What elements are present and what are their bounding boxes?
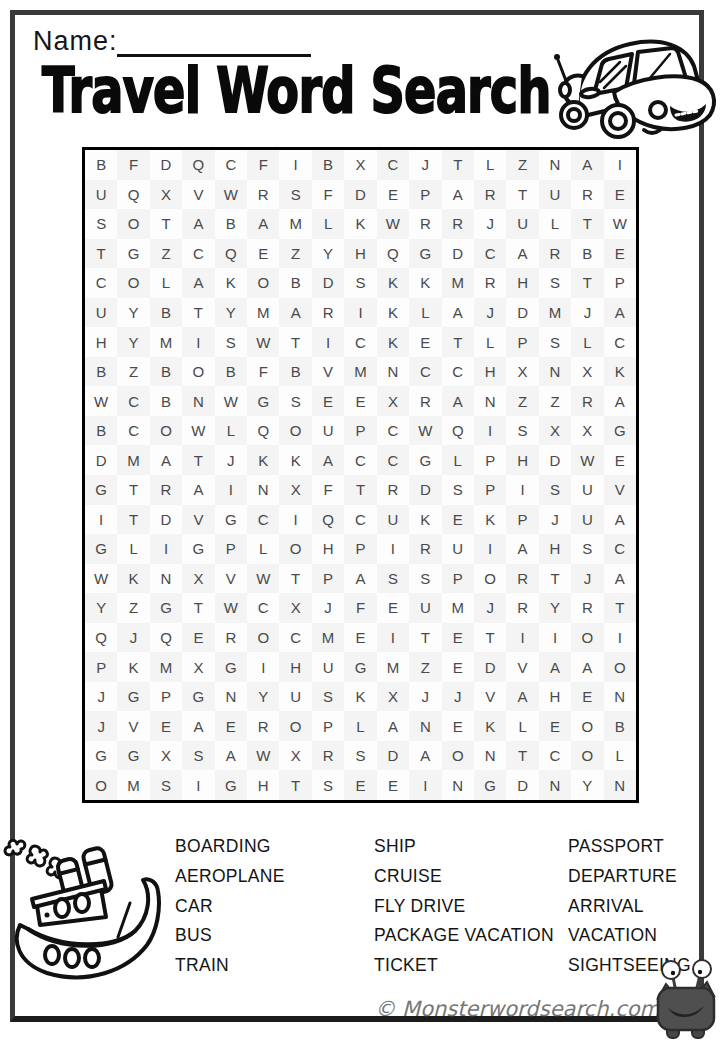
grid-cell: E (215, 711, 247, 741)
grid-cell: O (571, 741, 603, 771)
grid-cell: U (409, 593, 441, 623)
grid-cell: A (571, 652, 603, 682)
grid-cell: R (312, 298, 344, 328)
grid-cell: Q (117, 180, 149, 210)
grid-cell: D (344, 180, 376, 210)
word-item: CRUISE (374, 862, 554, 892)
grid-cell: S (279, 386, 311, 416)
grid-cell: W (85, 386, 117, 416)
grid-cell: S (279, 180, 311, 210)
word-item: FLY DRIVE (374, 892, 554, 922)
grid-cell: H (247, 770, 279, 800)
grid-cell: R (506, 564, 538, 594)
grid-cell: U (377, 505, 409, 535)
grid-cell: S (442, 475, 474, 505)
grid-cell: T (150, 209, 182, 239)
grid-cell: M (150, 652, 182, 682)
grid-cell: L (409, 298, 441, 328)
grid-cell: G (182, 682, 214, 712)
grid-cell: E (409, 327, 441, 357)
grid-cell: C (409, 357, 441, 387)
grid-cell: K (377, 327, 409, 357)
grid-cell: U (312, 652, 344, 682)
grid-cell: L (442, 445, 474, 475)
grid-cell: L (506, 711, 538, 741)
grid-cell: G (215, 770, 247, 800)
grid-cell: D (377, 741, 409, 771)
grid-cell: L (117, 534, 149, 564)
grid-cell: R (409, 386, 441, 416)
grid-cell: S (215, 327, 247, 357)
grid-cell: K (215, 268, 247, 298)
grid-cell: N (247, 475, 279, 505)
grid-cell: I (150, 534, 182, 564)
grid-cell: H (506, 445, 538, 475)
grid-cell: W (247, 564, 279, 594)
grid-cell: I (247, 652, 279, 682)
grid-cell: D (506, 770, 538, 800)
grid-cell: O (442, 741, 474, 771)
grid-cell: C (344, 505, 376, 535)
grid-cell: H (85, 327, 117, 357)
grid-cell: U (85, 298, 117, 328)
grid-cell: K (604, 357, 636, 387)
grid-cell: O (279, 416, 311, 446)
grid-cell: H (539, 534, 571, 564)
grid-cell: C (85, 268, 117, 298)
grid-cell: P (474, 445, 506, 475)
watermark: © Monsterwordsearch.com (330, 997, 660, 1021)
grid-cell: X (279, 741, 311, 771)
grid-cell: D (442, 239, 474, 269)
grid-cell: R (571, 386, 603, 416)
grid-cell: P (312, 564, 344, 594)
grid-cell: C (604, 327, 636, 357)
grid-cell: V (182, 505, 214, 535)
grid-cell: H (506, 268, 538, 298)
grid-cell: P (409, 180, 441, 210)
grid-cell: A (571, 150, 603, 180)
grid-cell: A (442, 386, 474, 416)
grid-cell: O (247, 268, 279, 298)
grid-cell: K (377, 298, 409, 328)
grid-cell: A (344, 564, 376, 594)
grid-cell: L (150, 268, 182, 298)
grid-cell: J (215, 445, 247, 475)
grid-cell: U (539, 180, 571, 210)
grid-cell: J (85, 711, 117, 741)
grid-cell: O (571, 711, 603, 741)
grid-cell: I (182, 770, 214, 800)
grid-cell: V (182, 180, 214, 210)
grid-cell: E (344, 770, 376, 800)
grid-cell: L (539, 209, 571, 239)
grid-cell: L (604, 741, 636, 771)
grid-cell: E (539, 711, 571, 741)
grid-cell: T (506, 180, 538, 210)
grid-cell: T (604, 593, 636, 623)
grid-cell: P (474, 475, 506, 505)
grid-cell: N (539, 150, 571, 180)
grid-cell: R (571, 180, 603, 210)
grid-cell: B (215, 357, 247, 387)
grid-cell: G (409, 239, 441, 269)
word-item: ARRIVAL (568, 892, 691, 922)
grid-cell: V (117, 711, 149, 741)
grid-cell: Z (279, 239, 311, 269)
grid-cell: W (377, 209, 409, 239)
grid-cell: T (279, 770, 311, 800)
grid-cell: D (312, 268, 344, 298)
grid-cell: W (571, 445, 603, 475)
grid-cell: X (150, 741, 182, 771)
grid-cell: S (539, 268, 571, 298)
grid-cell: G (604, 416, 636, 446)
grid-cell: Q (150, 623, 182, 653)
grid-cell: Q (182, 150, 214, 180)
grid-cell: G (474, 770, 506, 800)
grid-cell: X (150, 180, 182, 210)
grid-cell: Z (117, 357, 149, 387)
grid-cell: L (312, 209, 344, 239)
grid-cell: S (182, 741, 214, 771)
grid-cell: S (150, 770, 182, 800)
grid-cell: T (474, 623, 506, 653)
grid-cell: K (409, 268, 441, 298)
grid-cell: X (344, 150, 376, 180)
grid-cell: B (85, 416, 117, 446)
grid-cell: U (85, 180, 117, 210)
grid-cell: J (571, 564, 603, 594)
grid-cell: G (85, 741, 117, 771)
grid-cell: E (604, 239, 636, 269)
grid-cell: L (247, 534, 279, 564)
grid-cell: D (85, 445, 117, 475)
grid-cell: R (539, 239, 571, 269)
grid-cell: J (442, 682, 474, 712)
grid-cell: M (150, 327, 182, 357)
word-list-column: SHIPCRUISEFLY DRIVEPACKAGE VACATIONTICKE… (374, 832, 554, 981)
grid-cell: T (117, 505, 149, 535)
grid-cell: P (215, 534, 247, 564)
grid-cell: N (604, 770, 636, 800)
grid-cell: J (474, 593, 506, 623)
grid-cell: M (117, 770, 149, 800)
grid-cell: K (117, 652, 149, 682)
grid-cell: X (182, 564, 214, 594)
grid-cell: R (506, 593, 538, 623)
grid-cell: N (215, 682, 247, 712)
grid-cell: M (312, 623, 344, 653)
grid-cell: L (571, 327, 603, 357)
grid-cell: C (117, 386, 149, 416)
grid-cell: E (571, 682, 603, 712)
grid-cell: E (150, 711, 182, 741)
grid-cell: C (344, 327, 376, 357)
grid-cell: A (442, 180, 474, 210)
grid-cell: M (247, 298, 279, 328)
grid-cell: C (215, 150, 247, 180)
grid-cell: R (150, 475, 182, 505)
grid-cell: B (150, 357, 182, 387)
grid-cell: Z (117, 593, 149, 623)
word-item: BUS (175, 921, 285, 951)
grid-cell: A (506, 534, 538, 564)
grid-cell: I (409, 770, 441, 800)
grid-cell: N (150, 564, 182, 594)
grid-cell: X (539, 416, 571, 446)
grid-cell: W (85, 564, 117, 594)
grid-cell: B (215, 209, 247, 239)
grid-cell: I (85, 505, 117, 535)
grid-cell: Z (150, 239, 182, 269)
grid-cell: N (604, 682, 636, 712)
grid-cell: P (312, 711, 344, 741)
grid-cell: Q (247, 416, 279, 446)
grid-cell: F (117, 150, 149, 180)
grid-cell: Z (506, 150, 538, 180)
grid-cell: M (377, 652, 409, 682)
word-item: SHIP (374, 832, 554, 862)
grid-cell: X (571, 357, 603, 387)
grid-cell: G (117, 741, 149, 771)
grid-cell: I (604, 150, 636, 180)
grid-cell: U (279, 682, 311, 712)
grid-cell: S (344, 741, 376, 771)
grid-cell: G (150, 593, 182, 623)
grid-cell: T (182, 593, 214, 623)
grid-cell: U (312, 416, 344, 446)
grid-cell: G (215, 505, 247, 535)
grid-cell: H (312, 534, 344, 564)
grid-cell: A (506, 239, 538, 269)
grid-cell: A (182, 209, 214, 239)
grid-cell: K (377, 268, 409, 298)
grid-cell: R (215, 623, 247, 653)
grid-cell: O (571, 623, 603, 653)
grid-cell: E (247, 239, 279, 269)
grid-cell: N (182, 386, 214, 416)
grid-cell: Q (312, 505, 344, 535)
grid-cell: T (571, 209, 603, 239)
grid-cell: X (279, 475, 311, 505)
grid-cell: I (182, 327, 214, 357)
grid-cell: J (312, 593, 344, 623)
grid-cell: Q (85, 623, 117, 653)
grid-cell: E (604, 445, 636, 475)
grid-cell: S (539, 475, 571, 505)
word-item: PASSPORT (568, 832, 691, 862)
grid-cell: R (409, 534, 441, 564)
grid-cell: W (182, 416, 214, 446)
grid-cell: U (442, 534, 474, 564)
grid-cell: O (279, 711, 311, 741)
grid-cell: Y (85, 593, 117, 623)
grid-cell: C (247, 505, 279, 535)
grid-cell: S (539, 327, 571, 357)
word-item: PACKAGE VACATION (374, 921, 554, 951)
grid-cell: W (215, 386, 247, 416)
grid-cell: E (344, 623, 376, 653)
grid-cell: A (279, 298, 311, 328)
grid-cell: Y (571, 770, 603, 800)
grid-cell: U (506, 209, 538, 239)
grid-cell: W (604, 209, 636, 239)
grid-cell: G (182, 534, 214, 564)
grid-cell: B (604, 711, 636, 741)
grid-cell: A (442, 298, 474, 328)
grid-cell: O (117, 268, 149, 298)
grid-cell: G (344, 652, 376, 682)
grid-cell: D (409, 475, 441, 505)
grid-cell: M (279, 209, 311, 239)
grid-cell: N (442, 770, 474, 800)
grid-cell: B (279, 357, 311, 387)
grid-cell: L (474, 327, 506, 357)
grid-cell: J (571, 298, 603, 328)
grid-cell: W (215, 593, 247, 623)
word-list-column: BOARDINGAEROPLANECARBUSTRAIN (175, 832, 285, 981)
grid-cell: A (150, 445, 182, 475)
grid-cell: D (150, 150, 182, 180)
grid-cell: G (247, 386, 279, 416)
grid-cell: C (377, 445, 409, 475)
grid-cell: L (215, 416, 247, 446)
grid-cell: Q (442, 416, 474, 446)
grid-cell: B (85, 357, 117, 387)
grid-cell: N (409, 711, 441, 741)
grid-cell: S (312, 770, 344, 800)
grid-cell: N (474, 741, 506, 771)
grid-cell: T (85, 239, 117, 269)
grid-cell: V (506, 652, 538, 682)
grid-cell: N (539, 770, 571, 800)
grid-cell: L (474, 150, 506, 180)
grid-cell: H (279, 652, 311, 682)
grid-cell: T (506, 741, 538, 771)
grid-cell: J (85, 682, 117, 712)
grid-cell: Z (409, 652, 441, 682)
grid-cell: A (604, 505, 636, 535)
grid-cell: T (539, 564, 571, 594)
grid-cell: D (539, 445, 571, 475)
grid-cell: C (344, 445, 376, 475)
grid-cell: T (344, 475, 376, 505)
grid-cell: Q (215, 239, 247, 269)
grid-cell: M (539, 298, 571, 328)
grid-cell: Y (312, 239, 344, 269)
grid-cell: X (182, 652, 214, 682)
grid-cell: C (247, 593, 279, 623)
grid-cell: B (85, 150, 117, 180)
grid-cell: R (247, 711, 279, 741)
grid-cell: C (442, 357, 474, 387)
grid-cell: D (506, 298, 538, 328)
grid-cell: I (539, 623, 571, 653)
grid-cell: S (506, 416, 538, 446)
grid-cell: I (474, 416, 506, 446)
word-item: VACATION (568, 921, 691, 951)
grid-cell: D (150, 505, 182, 535)
grid-cell: T (279, 564, 311, 594)
grid-cell: V (312, 357, 344, 387)
grid-cell: Y (117, 298, 149, 328)
grid-cell: P (442, 564, 474, 594)
grid-cell: C (604, 534, 636, 564)
word-grid: BFDQCFIBXCJTLZNAIUQXVWRSFDEPARTURESOTABA… (82, 147, 639, 803)
grid-cell: C (182, 239, 214, 269)
grid-cell: R (409, 209, 441, 239)
grid-cell: O (182, 357, 214, 387)
grid-cell: K (247, 445, 279, 475)
grid-cell: R (474, 180, 506, 210)
grid-cell: A (377, 711, 409, 741)
grid-cell: J (409, 682, 441, 712)
grid-cell: M (117, 445, 149, 475)
grid-cell: P (604, 268, 636, 298)
grid-cell: O (85, 770, 117, 800)
grid-cell: S (571, 534, 603, 564)
grid-cell: I (474, 534, 506, 564)
grid-cell: O (279, 534, 311, 564)
page-title: Travel Word Search (42, 60, 551, 122)
grid-cell: A (182, 711, 214, 741)
grid-cell: J (409, 150, 441, 180)
grid-cell: K (117, 564, 149, 594)
grid-cell: A (604, 298, 636, 328)
grid-cell: R (247, 180, 279, 210)
grid-cell: K (344, 209, 376, 239)
word-item: AEROPLANE (175, 862, 285, 892)
grid-cell: E (604, 180, 636, 210)
grid-cell: R (474, 268, 506, 298)
word-item: DEPARTURE (568, 862, 691, 892)
grid-cell: F (344, 593, 376, 623)
grid-cell: R (377, 475, 409, 505)
grid-cell: I (506, 623, 538, 653)
word-item: TICKET (374, 951, 554, 981)
grid-cell: Y (215, 298, 247, 328)
grid-cell: I (604, 623, 636, 653)
grid-cell: G (117, 239, 149, 269)
grid-cell: X (571, 416, 603, 446)
grid-cell: E (344, 386, 376, 416)
grid-cell: P (85, 652, 117, 682)
grid-cell: A (182, 268, 214, 298)
grid-cell: T (409, 623, 441, 653)
grid-cell: M (442, 268, 474, 298)
grid-cell: U (571, 475, 603, 505)
word-item: BOARDING (175, 832, 285, 862)
grid-cell: S (85, 209, 117, 239)
grid-cell: X (279, 593, 311, 623)
grid-cell: S (409, 564, 441, 594)
grid-cell: Z (506, 386, 538, 416)
grid-cell: E (377, 770, 409, 800)
word-item: TRAIN (175, 951, 285, 981)
grid-cell: Q (377, 239, 409, 269)
grid-cell: A (182, 475, 214, 505)
grid-cell: N (539, 357, 571, 387)
grid-cell: F (312, 475, 344, 505)
grid-cell: E (377, 593, 409, 623)
grid-cell: T (182, 298, 214, 328)
grid-cell: T (442, 150, 474, 180)
grid-cell: E (182, 623, 214, 653)
grid-cell: W (409, 416, 441, 446)
grid-cell: K (344, 682, 376, 712)
grid-cell: V (215, 564, 247, 594)
